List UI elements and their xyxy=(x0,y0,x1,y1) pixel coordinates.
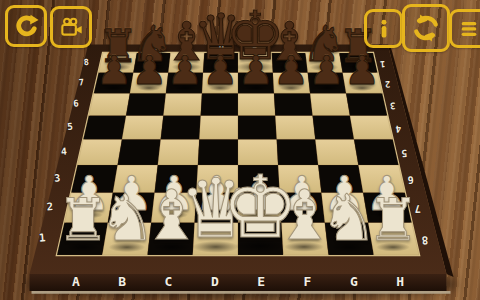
rank-label-left: 2 xyxy=(46,200,53,213)
rank-label-right: 5 xyxy=(401,148,408,159)
rotate-arrow-icon xyxy=(13,13,39,39)
file-label-bottom: C xyxy=(165,274,173,289)
file-label-bottom: D xyxy=(211,274,219,289)
square-h5[interactable] xyxy=(350,116,393,140)
piece-black-pawn[interactable]: ♟ xyxy=(309,50,345,90)
square-c5[interactable] xyxy=(161,116,201,140)
square-d5[interactable] xyxy=(199,116,238,140)
board-bottom-trim xyxy=(32,291,451,294)
square-d6[interactable] xyxy=(201,93,238,115)
rank-label-right: 3 xyxy=(390,100,396,110)
square-g6[interactable] xyxy=(310,93,350,115)
file-label-bottom: E xyxy=(257,274,265,289)
piece-black-pawn[interactable]: ♟ xyxy=(202,50,238,90)
file-label-bottom: F xyxy=(304,274,312,289)
file-label-bottom: B xyxy=(118,274,126,289)
rank-label-right: 4 xyxy=(395,123,402,134)
info-button[interactable] xyxy=(364,9,403,48)
square-b6[interactable] xyxy=(126,93,166,115)
square-f5[interactable] xyxy=(275,116,315,140)
piece-black-pawn[interactable]: ♟ xyxy=(238,50,274,90)
video-camera-icon xyxy=(59,15,84,40)
square-a6[interactable] xyxy=(89,93,130,115)
rank-label-left: 6 xyxy=(73,98,79,108)
rank-label-right: 8 xyxy=(421,233,429,246)
piece-black-pawn[interactable]: ♟ xyxy=(96,50,132,90)
square-b4[interactable] xyxy=(118,139,161,165)
file-label-bottom: G xyxy=(350,274,358,289)
rank-label-left: 3 xyxy=(54,172,61,183)
square-e5[interactable] xyxy=(238,116,277,140)
square-h6[interactable] xyxy=(346,93,387,115)
square-h4[interactable] xyxy=(354,139,399,165)
square-a4[interactable] xyxy=(78,139,123,165)
file-label-bottom: A xyxy=(72,274,80,289)
rotate-board-button[interactable] xyxy=(5,5,47,47)
square-a5[interactable] xyxy=(83,116,126,140)
rank-label-right: 2 xyxy=(385,79,391,89)
piece-black-pawn[interactable]: ♟ xyxy=(167,50,203,90)
file-label-bottom: H xyxy=(396,274,404,289)
square-f6[interactable] xyxy=(274,93,313,115)
piece-black-pawn[interactable]: ♟ xyxy=(273,50,309,90)
square-c6[interactable] xyxy=(163,93,202,115)
piece-white-rook[interactable]: ♜ xyxy=(367,191,419,249)
menu-button[interactable] xyxy=(449,9,480,48)
rank-label-left: 8 xyxy=(83,57,89,67)
new-game-button[interactable] xyxy=(402,4,450,52)
square-b5[interactable] xyxy=(122,116,163,140)
refresh-arrows-icon xyxy=(411,13,441,43)
square-e6[interactable] xyxy=(238,93,275,115)
rank-label-left: 4 xyxy=(60,146,67,157)
square-g5[interactable] xyxy=(313,116,354,140)
info-icon xyxy=(373,18,395,40)
rank-label-right: 1 xyxy=(380,59,386,69)
record-video-button[interactable] xyxy=(50,6,92,48)
piece-black-pawn[interactable]: ♟ xyxy=(344,50,380,90)
hamburger-menu-icon xyxy=(458,18,480,40)
square-g4[interactable] xyxy=(315,139,358,165)
rank-label-left: 7 xyxy=(78,77,84,87)
piece-black-pawn[interactable]: ♟ xyxy=(132,50,168,90)
board-front-face xyxy=(30,274,447,291)
